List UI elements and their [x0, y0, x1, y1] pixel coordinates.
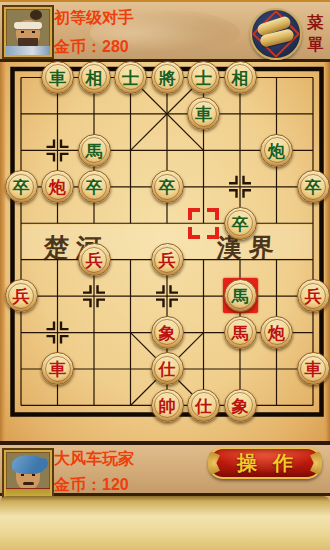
board-cell: 仕	[185, 387, 222, 423]
menu-button[interactable]: 菜單	[250, 6, 326, 60]
board-cell: 馬	[222, 314, 259, 350]
opponent-bar: 初等级对手 金币：280 菜單	[0, 0, 330, 62]
piece-character: 卒	[305, 179, 322, 196]
action-button-label: 操作	[221, 450, 309, 477]
piece-black-chariot[interactable]: 車	[187, 97, 220, 130]
opponent-coins: 金币：280	[54, 35, 134, 59]
piece-character: 車	[49, 361, 66, 378]
piece-black-horse[interactable]: 馬	[224, 279, 257, 312]
piece-character: 仕	[159, 361, 176, 378]
piece-black-soldier[interactable]: 卒	[5, 170, 38, 203]
piece-character: 兵	[86, 252, 103, 269]
piece-character: 象	[159, 324, 176, 341]
menu-label: 菜單	[307, 12, 324, 56]
piece-black-horse[interactable]: 馬	[78, 134, 111, 167]
board-cell: 馬	[76, 132, 113, 168]
piece-red-advisor[interactable]: 仕	[151, 352, 184, 385]
board-cell: 相	[222, 59, 259, 95]
piece-black-chariot[interactable]: 車	[41, 61, 74, 94]
board-cell: 士	[112, 59, 149, 95]
board-cell: 卒	[295, 168, 330, 204]
piece-black-elephant[interactable]: 相	[78, 61, 111, 94]
piece-character: 炮	[268, 324, 285, 341]
board-cell: 炮	[39, 168, 76, 204]
avatar-turban-knot	[39, 458, 48, 469]
piece-character: 車	[305, 361, 322, 378]
piece-red-chariot[interactable]: 車	[41, 352, 74, 385]
piece-red-elephant[interactable]: 象	[151, 316, 184, 349]
move-origin-brackets-icon	[188, 208, 219, 239]
piece-character: 兵	[305, 288, 322, 305]
avatar-mustache	[23, 482, 34, 485]
board-cell: 帥	[149, 387, 186, 423]
board-cell: 卒	[222, 205, 259, 241]
piece-character: 兵	[13, 288, 30, 305]
board-cell: 卒	[149, 168, 186, 204]
piece-red-soldier[interactable]: 兵	[151, 243, 184, 276]
piece-character: 卒	[86, 179, 103, 196]
opponent-name: 初等级对手	[54, 6, 134, 30]
player-coins: 金币：120	[54, 473, 134, 497]
player-name: 大风车玩家	[54, 447, 134, 471]
piece-black-advisor[interactable]: 士	[114, 61, 147, 94]
piece-black-advisor[interactable]: 士	[187, 61, 220, 94]
piece-black-soldier[interactable]: 卒	[224, 207, 257, 240]
piece-black-soldier[interactable]: 卒	[297, 170, 330, 203]
board-cell: 兵	[76, 241, 113, 277]
piece-red-cannon[interactable]: 炮	[41, 170, 74, 203]
piece-red-soldier[interactable]: 兵	[297, 279, 330, 312]
opponent-avatar	[4, 7, 52, 57]
piece-black-elephant[interactable]: 相	[224, 61, 257, 94]
piece-character: 車	[195, 106, 212, 123]
avatar-robe	[6, 46, 50, 55]
piece-character: 卒	[159, 179, 176, 196]
board-cell: 仕	[149, 351, 186, 387]
player-bar: 大风车玩家 金币：120 操作	[0, 445, 330, 496]
piece-grid: 車相士將士相車馬炮卒炮卒卒卒卒兵兵兵馬兵象馬炮車仕車帥仕象	[3, 59, 330, 423]
piece-red-horse[interactable]: 馬	[224, 316, 257, 349]
board-cell: 炮	[258, 314, 295, 350]
piece-red-elephant[interactable]: 象	[224, 389, 257, 422]
piece-black-soldier[interactable]: 卒	[78, 170, 111, 203]
board-cell: 車	[39, 59, 76, 95]
xiangqi-game-screen: 初等级对手 金币：280 菜單 楚河 漢界 車相士將士相車馬炮卒炮卒卒卒卒兵兵兵…	[0, 0, 330, 550]
piece-character: 象	[232, 397, 249, 414]
piece-red-general[interactable]: 帥	[151, 389, 184, 422]
board-cell: 將	[149, 59, 186, 95]
piece-black-general[interactable]: 將	[151, 61, 184, 94]
action-button[interactable]: 操作	[208, 447, 322, 479]
piece-character: 相	[232, 69, 249, 86]
piece-character: 馬	[232, 324, 249, 341]
board-cell: 兵	[3, 278, 40, 314]
piece-character: 馬	[232, 288, 249, 305]
board-cell: 車	[39, 351, 76, 387]
piece-character: 卒	[232, 215, 249, 232]
piece-character: 仕	[195, 397, 212, 414]
piece-character: 士	[122, 69, 139, 86]
board-cell: 象	[222, 387, 259, 423]
piece-character: 帥	[159, 397, 176, 414]
board-cell: 相	[76, 59, 113, 95]
piece-character: 炮	[49, 179, 66, 196]
board-cell: 象	[149, 314, 186, 350]
piece-black-cannon[interactable]: 炮	[260, 134, 293, 167]
piece-red-advisor[interactable]: 仕	[187, 389, 220, 422]
piece-red-soldier[interactable]: 兵	[78, 243, 111, 276]
piece-character: 馬	[86, 142, 103, 159]
last-move-origin-marker	[185, 205, 222, 241]
player-avatar	[4, 450, 52, 500]
bottom-panel	[0, 496, 330, 550]
avatar-topknot	[30, 10, 42, 20]
piece-character: 將	[159, 69, 176, 86]
board-cell: 馬	[222, 278, 259, 314]
piece-red-cannon[interactable]: 炮	[260, 316, 293, 349]
board-cell: 卒	[3, 168, 40, 204]
piece-black-soldier[interactable]: 卒	[151, 170, 184, 203]
piece-character: 相	[86, 69, 103, 86]
avatar-eyes	[21, 474, 35, 476]
piece-character: 炮	[268, 142, 285, 159]
board-cell: 士	[185, 59, 222, 95]
board-cell: 卒	[76, 168, 113, 204]
board-cell: 兵	[149, 241, 186, 277]
xiangqi-board[interactable]: 楚河 漢界 車相士將士相車馬炮卒炮卒卒卒卒兵兵兵馬兵象馬炮車仕車帥仕象	[0, 62, 330, 445]
piece-character: 車	[49, 69, 66, 86]
piece-character: 士	[195, 69, 212, 86]
piece-red-chariot[interactable]: 車	[297, 352, 330, 385]
board-cell: 兵	[295, 278, 330, 314]
board-cell: 車	[295, 351, 330, 387]
board-cell: 炮	[258, 132, 295, 168]
board-cell: 車	[185, 96, 222, 132]
piece-red-soldier[interactable]: 兵	[5, 279, 38, 312]
piece-character: 卒	[13, 179, 30, 196]
piece-character: 兵	[159, 252, 176, 269]
avatar-eyes	[21, 31, 35, 33]
avatar-headband	[14, 22, 42, 29]
